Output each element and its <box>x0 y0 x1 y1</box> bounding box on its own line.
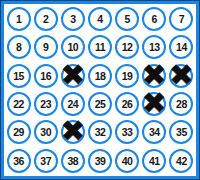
cell-37[interactable]: 37 <box>34 149 58 173</box>
cell-number: 19 <box>122 71 133 82</box>
cell-number: 22 <box>13 99 24 110</box>
cell-number: 39 <box>95 156 106 167</box>
cell-number: 37 <box>40 156 51 167</box>
cell-number: 30 <box>40 127 51 138</box>
cell-16[interactable]: 16 <box>34 64 58 88</box>
cross-mark-icon: ✖ <box>142 60 166 89</box>
cell-number: 24 <box>68 99 79 110</box>
cell-number: 1 <box>16 14 21 25</box>
cell-15[interactable]: 15 <box>7 64 31 88</box>
cell-30[interactable]: 30 <box>34 120 58 144</box>
cell-36[interactable]: 36 <box>7 149 31 173</box>
cell-12[interactable]: 12 <box>115 35 139 59</box>
cell-number: 11 <box>95 42 105 53</box>
cell-number: 15 <box>13 71 24 82</box>
cell-number: 5 <box>124 14 129 25</box>
cell-number: 6 <box>152 14 157 25</box>
cell-number: 2 <box>43 14 48 25</box>
cell-34[interactable]: 34 <box>142 120 166 144</box>
cell-13[interactable]: 13 <box>142 35 166 59</box>
cell-23[interactable]: 23 <box>34 92 58 116</box>
lottery-ticket: 12345678910111213141516✖1819✖✖2223242526… <box>0 0 200 180</box>
cell-number: 12 <box>122 42 133 53</box>
cell-number: 42 <box>176 156 187 167</box>
cell-11[interactable]: 11 <box>88 35 112 59</box>
cell-number: 8 <box>16 42 21 53</box>
cell-number: 18 <box>95 71 106 82</box>
cell-number: 35 <box>176 127 187 138</box>
cell-6[interactable]: 6 <box>142 7 166 31</box>
cell-10[interactable]: 10 <box>61 35 85 59</box>
cell-number: 29 <box>13 127 24 138</box>
cell-27[interactable]: ✖ <box>142 92 166 116</box>
cell-number: 23 <box>40 99 51 110</box>
cell-5[interactable]: 5 <box>115 7 139 31</box>
cross-mark-icon: ✖ <box>169 60 193 89</box>
cell-33[interactable]: 33 <box>115 120 139 144</box>
cell-number: 16 <box>40 71 51 82</box>
cell-21[interactable]: ✖ <box>169 64 193 88</box>
cell-38[interactable]: 38 <box>61 149 85 173</box>
cell-32[interactable]: 32 <box>88 120 112 144</box>
number-grid: 12345678910111213141516✖1819✖✖2223242526… <box>4 4 196 176</box>
cell-number: 7 <box>179 14 184 25</box>
cell-42[interactable]: 42 <box>169 149 193 173</box>
cell-31[interactable]: ✖ <box>61 120 85 144</box>
cell-20[interactable]: ✖ <box>142 64 166 88</box>
cell-number: 10 <box>68 42 79 53</box>
cell-25[interactable]: 25 <box>88 92 112 116</box>
cell-18[interactable]: 18 <box>88 64 112 88</box>
cell-28[interactable]: 28 <box>169 92 193 116</box>
cell-number: 13 <box>149 42 160 53</box>
cell-14[interactable]: 14 <box>169 35 193 59</box>
cell-number: 28 <box>176 99 187 110</box>
cell-7[interactable]: 7 <box>169 7 193 31</box>
cell-39[interactable]: 39 <box>88 149 112 173</box>
cell-24[interactable]: 24 <box>61 92 85 116</box>
cell-17[interactable]: ✖ <box>61 64 85 88</box>
cross-mark-icon: ✖ <box>61 60 85 89</box>
cell-number: 14 <box>176 42 187 53</box>
cell-22[interactable]: 22 <box>7 92 31 116</box>
cell-number: 3 <box>70 14 75 25</box>
cell-number: 9 <box>43 42 48 53</box>
cell-19[interactable]: 19 <box>115 64 139 88</box>
cell-number: 4 <box>97 14 102 25</box>
cell-number: 25 <box>95 99 106 110</box>
cell-number: 38 <box>68 156 79 167</box>
cell-8[interactable]: 8 <box>7 35 31 59</box>
cell-35[interactable]: 35 <box>169 120 193 144</box>
cell-9[interactable]: 9 <box>34 35 58 59</box>
cell-26[interactable]: 26 <box>115 92 139 116</box>
cell-number: 32 <box>95 127 106 138</box>
cell-number: 36 <box>13 156 24 167</box>
cross-mark-icon: ✖ <box>142 89 166 118</box>
cell-29[interactable]: 29 <box>7 120 31 144</box>
cross-mark-icon: ✖ <box>61 117 85 146</box>
cell-number: 26 <box>122 99 133 110</box>
cell-1[interactable]: 1 <box>7 7 31 31</box>
cell-number: 33 <box>122 127 133 138</box>
cell-number: 40 <box>122 156 133 167</box>
cell-number: 34 <box>149 127 160 138</box>
cell-40[interactable]: 40 <box>115 149 139 173</box>
cell-4[interactable]: 4 <box>88 7 112 31</box>
cell-41[interactable]: 41 <box>142 149 166 173</box>
cell-3[interactable]: 3 <box>61 7 85 31</box>
cell-number: 41 <box>149 156 160 167</box>
ticket-frame: 12345678910111213141516✖1819✖✖2223242526… <box>1 1 199 179</box>
cell-2[interactable]: 2 <box>34 7 58 31</box>
